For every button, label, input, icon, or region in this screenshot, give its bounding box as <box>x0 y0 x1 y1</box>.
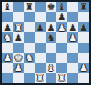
square-d1[interactable]: ♜ <box>35 73 46 83</box>
chess-board: ♝♜♚♝♜♟♟♜♟♟♟♟♟♞♟♞♟♟♚♞♟♝♟♜♜ <box>2 2 89 83</box>
square-d6[interactable]: ♟ <box>35 22 46 32</box>
square-b1[interactable] <box>13 73 24 83</box>
piece-white-king[interactable]: ♚ <box>14 53 23 62</box>
piece-black-bishop[interactable]: ♝ <box>58 2 67 11</box>
square-b7[interactable] <box>13 12 24 22</box>
square-c7[interactable] <box>24 12 35 22</box>
square-g4[interactable] <box>67 43 78 53</box>
square-e8[interactable]: ♚ <box>46 2 57 12</box>
square-c6[interactable] <box>24 22 35 32</box>
piece-white-pawn[interactable]: ♟ <box>3 53 12 62</box>
square-g8[interactable] <box>67 2 78 12</box>
piece-black-pawn[interactable]: ♟ <box>3 22 12 31</box>
square-f2[interactable] <box>56 63 67 73</box>
piece-black-pawn[interactable]: ♟ <box>47 22 56 31</box>
square-c1[interactable] <box>24 73 35 83</box>
square-b2[interactable]: ♟ <box>13 63 24 73</box>
square-d8[interactable] <box>35 2 46 12</box>
square-b3[interactable]: ♚ <box>13 53 24 63</box>
square-c8[interactable]: ♜ <box>24 2 35 12</box>
piece-white-pawn[interactable]: ♟ <box>68 32 77 41</box>
square-d7[interactable] <box>35 12 46 22</box>
square-a7[interactable] <box>2 12 13 22</box>
square-f8[interactable]: ♝ <box>56 2 67 12</box>
square-g2[interactable] <box>67 63 78 73</box>
square-h4[interactable] <box>78 43 89 53</box>
square-d4[interactable] <box>35 43 46 53</box>
square-a8[interactable]: ♝ <box>2 2 13 12</box>
square-a5[interactable]: ♞ <box>2 32 13 42</box>
piece-white-rook[interactable]: ♜ <box>36 73 45 82</box>
square-h1[interactable] <box>78 73 89 83</box>
square-f3[interactable] <box>56 53 67 63</box>
square-f7[interactable]: ♟ <box>56 12 67 22</box>
square-g3[interactable] <box>67 53 78 63</box>
piece-black-pawn[interactable]: ♟ <box>79 22 88 31</box>
square-e3[interactable] <box>46 53 57 63</box>
piece-white-pawn[interactable]: ♟ <box>58 22 67 31</box>
square-f1[interactable]: ♜ <box>56 73 67 83</box>
square-h6[interactable]: ♟ <box>78 22 89 32</box>
square-e5[interactable]: ♞ <box>46 32 57 42</box>
square-e7[interactable] <box>46 12 57 22</box>
square-d2[interactable] <box>35 63 46 73</box>
piece-white-pawn[interactable]: ♟ <box>14 63 23 72</box>
piece-black-pawn[interactable]: ♟ <box>14 32 23 41</box>
square-f5[interactable] <box>56 32 67 42</box>
square-c3[interactable]: ♞ <box>24 53 35 63</box>
square-a2[interactable] <box>2 63 13 73</box>
square-h5[interactable] <box>78 32 89 42</box>
square-g1[interactable] <box>67 73 78 83</box>
square-g5[interactable]: ♟ <box>67 32 78 42</box>
square-f6[interactable]: ♟ <box>56 22 67 32</box>
chess-board-frame: ♝♜♚♝♜♟♟♜♟♟♟♟♟♞♟♞♟♟♚♞♟♝♟♜♜ <box>0 0 91 85</box>
square-d3[interactable] <box>35 53 46 63</box>
square-a4[interactable] <box>2 43 13 53</box>
piece-white-pawn[interactable]: ♟ <box>79 63 88 72</box>
square-g6[interactable]: ♟ <box>67 22 78 32</box>
square-a3[interactable]: ♟ <box>2 53 13 63</box>
piece-black-rook[interactable]: ♜ <box>25 2 34 11</box>
piece-black-bishop[interactable]: ♝ <box>3 2 12 11</box>
square-a6[interactable]: ♟ <box>2 22 13 32</box>
piece-white-rook[interactable]: ♜ <box>58 73 67 82</box>
square-d5[interactable] <box>35 32 46 42</box>
piece-black-pawn[interactable]: ♟ <box>58 12 67 21</box>
square-e2[interactable]: ♝ <box>46 63 57 73</box>
piece-white-bishop[interactable]: ♝ <box>47 63 56 72</box>
square-f4[interactable] <box>56 43 67 53</box>
square-a1[interactable] <box>2 73 13 83</box>
piece-black-pawn[interactable]: ♟ <box>36 22 45 31</box>
square-h7[interactable] <box>78 12 89 22</box>
square-e4[interactable] <box>46 43 57 53</box>
square-b6[interactable]: ♜ <box>13 22 24 32</box>
piece-black-knight[interactable]: ♞ <box>47 32 56 41</box>
square-b4[interactable] <box>13 43 24 53</box>
square-h8[interactable]: ♜ <box>78 2 89 12</box>
piece-white-rook[interactable]: ♜ <box>14 22 23 31</box>
square-e6[interactable]: ♟ <box>46 22 57 32</box>
square-b5[interactable]: ♟ <box>13 32 24 42</box>
square-b8[interactable] <box>13 2 24 12</box>
square-c4[interactable] <box>24 43 35 53</box>
square-c5[interactable] <box>24 32 35 42</box>
square-h2[interactable]: ♟ <box>78 63 89 73</box>
square-g7[interactable] <box>67 12 78 22</box>
piece-white-knight[interactable]: ♞ <box>3 32 12 41</box>
square-c2[interactable] <box>24 63 35 73</box>
square-e1[interactable] <box>46 73 57 83</box>
piece-black-king[interactable]: ♚ <box>47 2 56 11</box>
piece-black-pawn[interactable]: ♟ <box>68 22 77 31</box>
piece-black-rook[interactable]: ♜ <box>79 2 88 11</box>
piece-white-knight[interactable]: ♞ <box>25 53 34 62</box>
square-h3[interactable] <box>78 53 89 63</box>
